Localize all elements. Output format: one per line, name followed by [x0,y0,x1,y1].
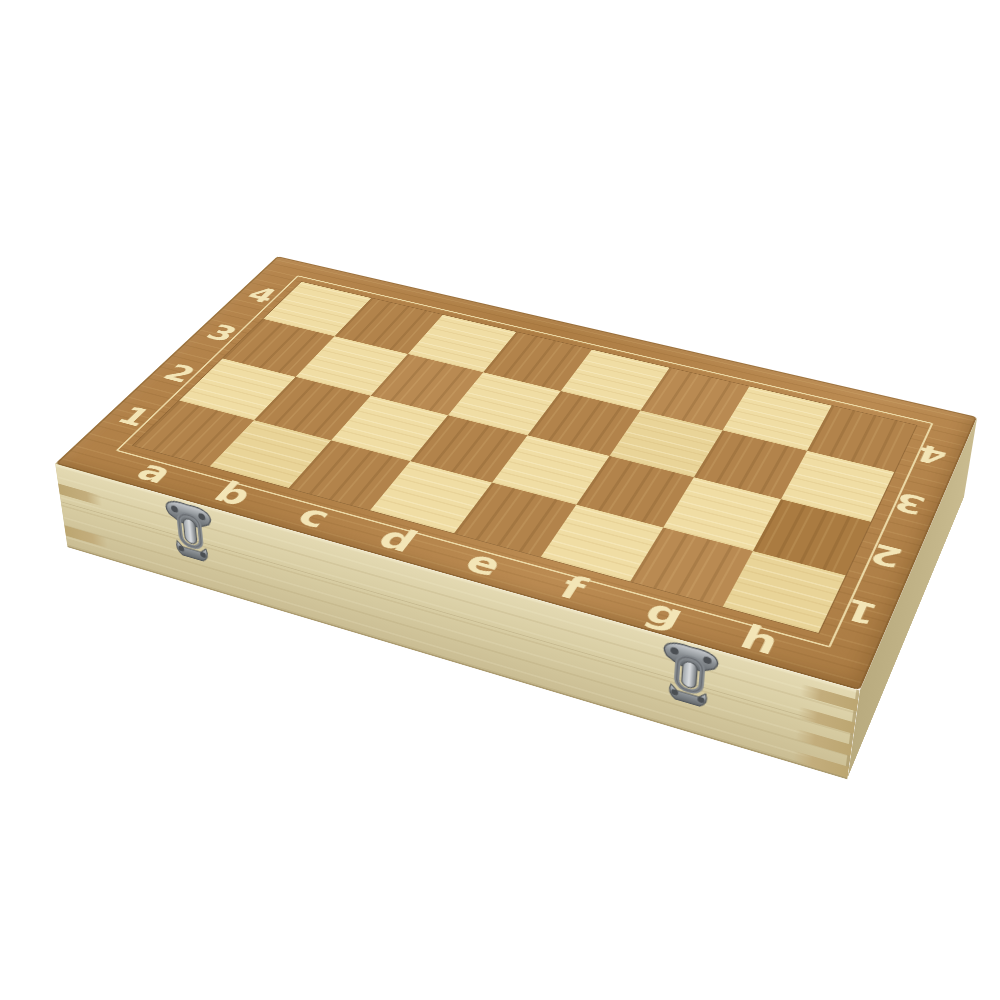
square-g1 [630,528,753,607]
square-c1 [289,440,411,510]
square-f2 [576,456,694,528]
finger-joint [64,525,108,548]
square-e2 [492,435,609,504]
finger-joint [793,751,850,778]
square-d1 [370,461,492,533]
product-photo: abcdefgh43214321 [0,0,1000,1000]
finger-joint [798,707,856,734]
square-g3 [694,430,807,499]
chess-box: abcdefgh43214321 [55,256,977,690]
square-h1 [723,551,846,633]
finger-joint [795,729,852,756]
square-h2 [753,499,871,575]
square-f1 [541,505,663,582]
square-h3 [781,451,894,522]
square-e1 [454,483,576,557]
scene: abcdefgh43214321 [0,0,986,988]
square-g2 [663,477,781,551]
